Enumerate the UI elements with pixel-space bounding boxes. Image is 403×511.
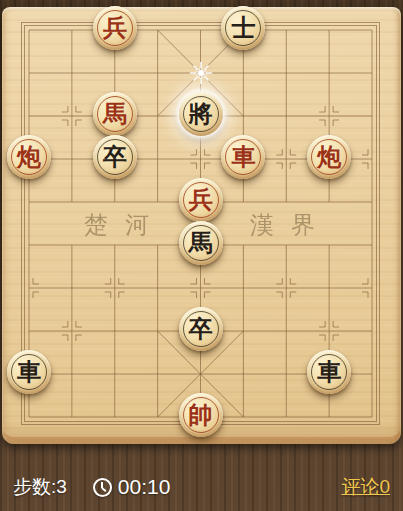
elapsed-time: 00:10 <box>118 475 171 499</box>
piece-character: 兵 <box>189 188 213 212</box>
piece-character: 馬 <box>189 231 213 255</box>
piece-character: 馬 <box>103 102 127 126</box>
piece-character: 炮 <box>17 145 41 169</box>
clock-icon <box>93 478 112 497</box>
piece-black-車-0-8[interactable]: 車 <box>7 350 51 394</box>
game-screen: 楚河 漢界 兵士馬將炮卒車炮兵馬卒車車帥 步数:3 00:10 评论0 <box>0 0 403 511</box>
piece-black-士-5-0[interactable]: 士 <box>221 6 265 50</box>
status-bar: 步数:3 00:10 评论0 <box>0 470 403 504</box>
pieces-layer: 兵士馬將炮卒車炮兵馬卒車車帥 <box>8 9 394 439</box>
piece-character: 車 <box>231 145 255 169</box>
piece-character: 帥 <box>189 403 213 427</box>
piece-black-卒-4-7[interactable]: 卒 <box>179 307 223 351</box>
piece-red-兵-4-4[interactable]: 兵 <box>179 178 223 222</box>
piece-character: 兵 <box>103 16 127 40</box>
piece-character: 士 <box>231 16 255 40</box>
piece-black-將-4-2[interactable]: 將 <box>179 92 223 136</box>
piece-character: 車 <box>317 360 341 384</box>
piece-character: 將 <box>189 102 213 126</box>
piece-red-車-5-3[interactable]: 車 <box>221 135 265 179</box>
comments-link[interactable]: 评论0 <box>341 474 390 500</box>
piece-character: 車 <box>17 360 41 384</box>
move-count-label: 步数:3 <box>13 474 67 500</box>
piece-character: 卒 <box>189 317 213 341</box>
piece-black-馬-4-5[interactable]: 馬 <box>179 221 223 265</box>
piece-black-車-7-8[interactable]: 車 <box>307 350 351 394</box>
piece-character: 卒 <box>103 145 127 169</box>
piece-black-卒-2-3[interactable]: 卒 <box>93 135 137 179</box>
piece-red-帥-4-9[interactable]: 帥 <box>179 393 223 437</box>
piece-red-炮-0-3[interactable]: 炮 <box>7 135 51 179</box>
piece-character: 炮 <box>317 145 341 169</box>
piece-red-兵-2-0[interactable]: 兵 <box>93 6 137 50</box>
piece-red-馬-2-2[interactable]: 馬 <box>93 92 137 136</box>
piece-red-炮-7-3[interactable]: 炮 <box>307 135 351 179</box>
